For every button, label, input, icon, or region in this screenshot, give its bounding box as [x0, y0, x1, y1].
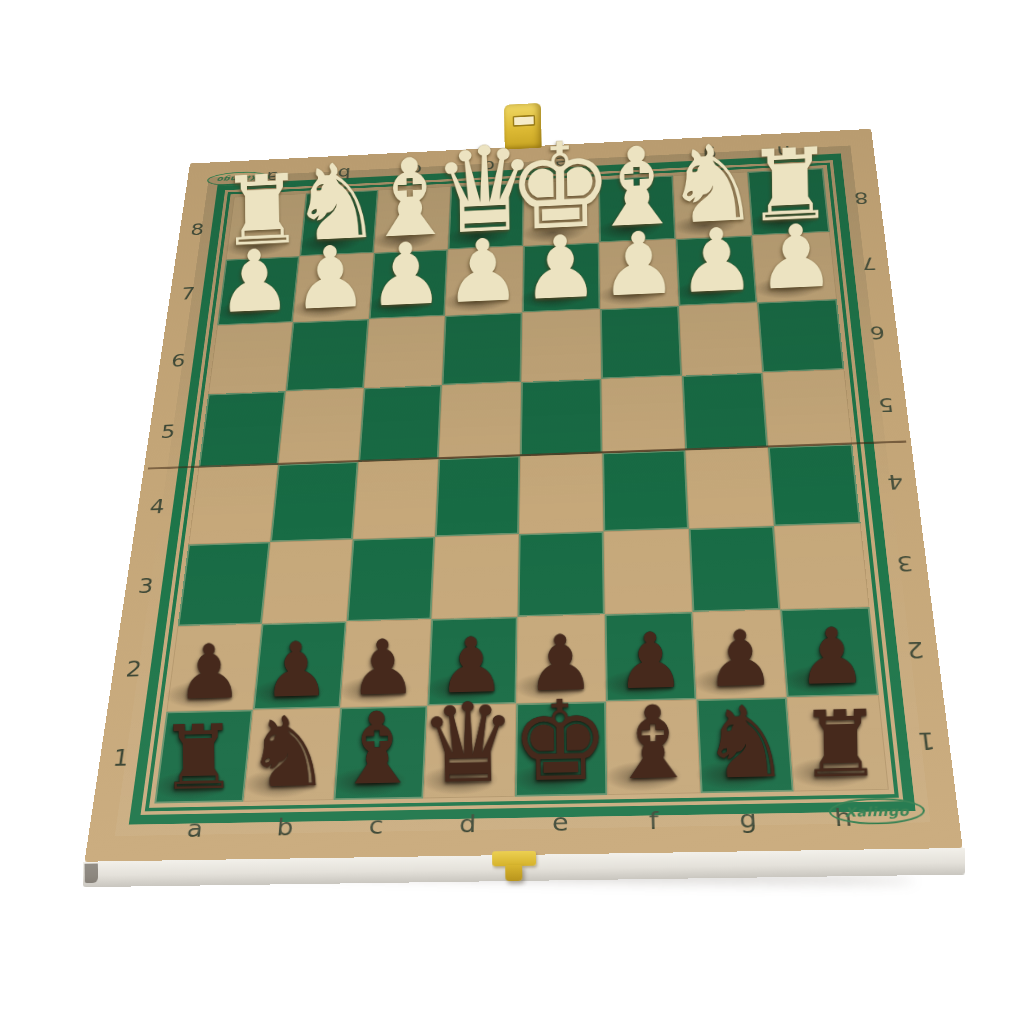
coordinate-label-7: 7: [169, 260, 207, 327]
square-f5[interactable]: [601, 376, 685, 453]
coordinate-label-7: 7: [850, 229, 888, 297]
square-h7[interactable]: ♟: [752, 232, 837, 302]
coordinate-label-a: a: [148, 804, 243, 851]
square-e4[interactable]: [519, 453, 603, 534]
coordinate-label-2: 2: [111, 626, 156, 713]
square-c5[interactable]: [358, 385, 442, 461]
square-f1[interactable]: ♝: [606, 700, 700, 795]
square-d6[interactable]: [442, 312, 522, 385]
square-e3[interactable]: [518, 531, 605, 616]
square-a5[interactable]: [199, 391, 286, 467]
square-d5[interactable]: [439, 382, 521, 459]
square-a6[interactable]: [208, 322, 292, 394]
square-d1[interactable]: ♛: [424, 704, 517, 799]
piece-white-pawn[interactable]: ♟: [292, 236, 369, 320]
square-h2[interactable]: ♟: [780, 607, 879, 698]
coordinate-label-6: 6: [857, 297, 897, 369]
square-b3[interactable]: [262, 539, 353, 623]
coordinate-label-4: 4: [137, 468, 179, 546]
piece-white-pawn[interactable]: ♟: [521, 225, 600, 310]
square-g1[interactable]: ♞: [696, 698, 794, 794]
square-d7[interactable]: ♟: [445, 246, 523, 316]
square-g6[interactable]: [678, 302, 762, 376]
square-c4[interactable]: [352, 459, 438, 539]
square-b1[interactable]: ♞: [243, 708, 340, 802]
square-e1[interactable]: ♚: [515, 702, 607, 797]
square-f4[interactable]: [602, 450, 688, 531]
piece-black-pawn[interactable]: ♟: [796, 620, 867, 695]
square-c3[interactable]: [346, 537, 435, 622]
square-a1[interactable]: ♜: [154, 710, 252, 803]
coordinate-label-e: e: [514, 798, 608, 846]
square-b7[interactable]: ♟: [293, 253, 374, 322]
square-a3[interactable]: [178, 542, 270, 626]
square-f3[interactable]: [603, 529, 692, 614]
square-g7[interactable]: ♟: [675, 235, 757, 305]
coordinate-label-5: 5: [148, 395, 188, 469]
coordinate-label-3: 3: [124, 545, 167, 627]
coordinate-label-8: 8: [842, 166, 879, 231]
piece-white-pawn[interactable]: ♟: [756, 214, 836, 300]
square-e7[interactable]: ♟: [522, 242, 600, 312]
square-e5[interactable]: [520, 379, 602, 456]
square-b4[interactable]: [270, 462, 358, 542]
piece-black-bishop[interactable]: ♝: [333, 701, 423, 797]
coordinate-label-1: 1: [903, 694, 950, 789]
piece-white-pawn[interactable]: ♟: [216, 239, 292, 323]
square-d3[interactable]: [432, 534, 519, 619]
coordinate-label-g: g: [700, 794, 798, 843]
piece-black-queen[interactable]: ♛: [419, 690, 518, 796]
piece-white-pawn[interactable]: ♟: [677, 218, 757, 304]
piece-black-knight[interactable]: ♞: [701, 694, 792, 790]
coordinate-label-1: 1: [98, 712, 145, 804]
square-h5[interactable]: [763, 369, 853, 447]
square-h6[interactable]: [757, 299, 844, 373]
piece-white-pawn[interactable]: ♟: [368, 232, 445, 317]
coordinate-label-c: c: [329, 801, 423, 849]
piece-black-pawn[interactable]: ♟: [176, 636, 243, 709]
piece-black-rook[interactable]: ♜: [798, 700, 883, 789]
square-d4[interactable]: [435, 456, 520, 537]
latch-bottom[interactable]: [492, 851, 536, 867]
square-h1[interactable]: ♜: [787, 695, 889, 791]
coordinate-label-6: 6: [159, 326, 198, 396]
photo-canvas: ♜♞♝♛♚♝♞♜♟♟♟♟♟♟♟♟♟♟♟♟♟♟♟♟♜♞♝♛♚♝♞♜ abcdefg…: [0, 0, 1024, 1024]
board-grid: ♜♞♝♛♚♝♞♜♟♟♟♟♟♟♟♟♟♟♟♟♟♟♟♟♜♞♝♛♚♝♞♜: [154, 168, 889, 803]
piece-white-pawn[interactable]: ♟: [444, 229, 522, 314]
square-b6[interactable]: [285, 319, 368, 392]
square-b5[interactable]: [278, 388, 363, 464]
coordinate-label-3: 3: [883, 521, 927, 606]
square-g3[interactable]: [688, 526, 780, 612]
piece-black-bishop[interactable]: ♝: [607, 695, 699, 793]
piece-black-knight[interactable]: ♞: [244, 705, 331, 799]
coordinate-label-d: d: [421, 799, 515, 847]
coordinate-label-f: f: [607, 796, 702, 844]
square-g5[interactable]: [682, 373, 769, 450]
square-a4[interactable]: [188, 465, 278, 545]
piece-white-pawn[interactable]: ♟: [599, 221, 678, 307]
piece-black-king[interactable]: ♚: [510, 687, 610, 794]
piece-black-rook[interactable]: ♜: [159, 715, 238, 801]
square-c7[interactable]: ♟: [369, 249, 449, 318]
square-e6[interactable]: [521, 309, 601, 382]
square-h3[interactable]: [774, 523, 869, 609]
coordinate-label-5: 5: [865, 367, 906, 443]
coordinate-label-b: b: [238, 803, 333, 851]
corner-notch: [85, 863, 99, 883]
square-a7[interactable]: ♟: [217, 256, 299, 325]
coordinate-label-8: 8: [179, 198, 216, 262]
square-f7[interactable]: ♟: [599, 239, 678, 309]
square-f6[interactable]: [600, 306, 681, 379]
coordinate-label-4: 4: [874, 442, 916, 522]
square-c1[interactable]: ♝: [333, 706, 428, 800]
coordinate-label-2: 2: [892, 605, 938, 695]
square-c6[interactable]: [363, 315, 445, 388]
square-g4[interactable]: [685, 447, 774, 528]
chess-board: ♜♞♝♛♚♝♞♜♟♟♟♟♟♟♟♟♟♟♟♟♟♟♟♟♜♞♝♛♚♝♞♜ abcdefg…: [84, 129, 962, 862]
square-h4[interactable]: [768, 444, 860, 526]
